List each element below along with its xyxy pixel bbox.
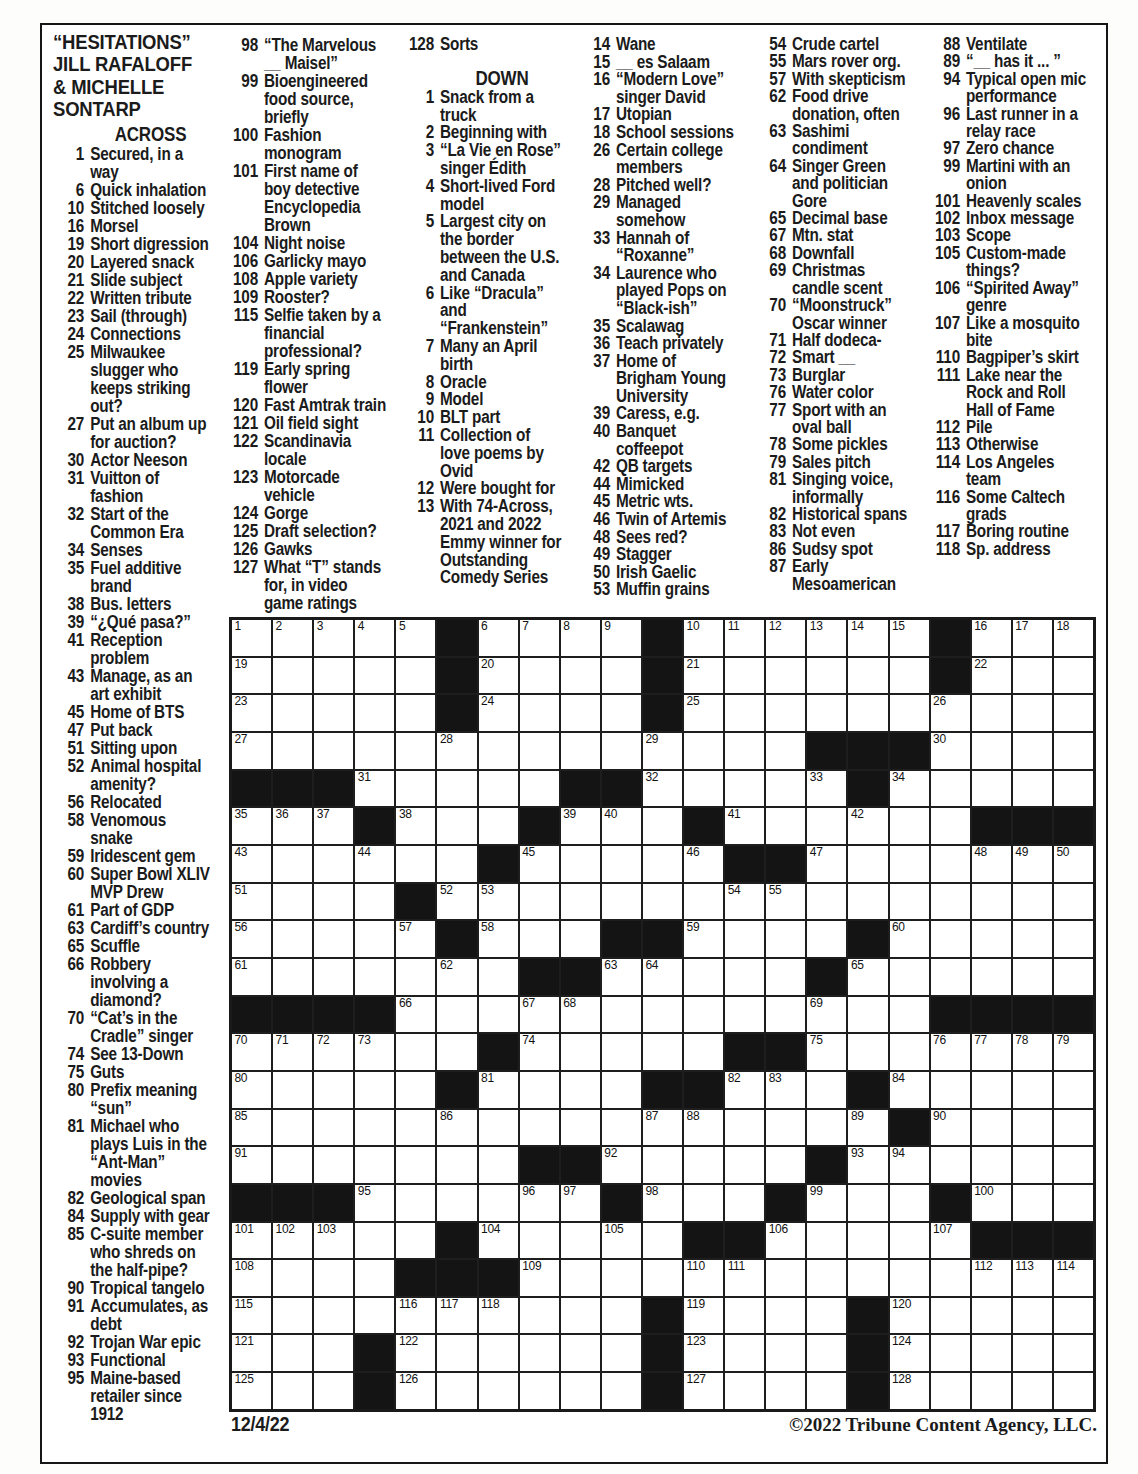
cell-r17c17[interactable] xyxy=(890,1223,929,1259)
cell-r5c8[interactable] xyxy=(520,771,559,807)
cell-r3c16[interactable] xyxy=(848,695,887,731)
cell-r12c17[interactable] xyxy=(890,1034,929,1070)
cell-r16c20[interactable] xyxy=(1013,1185,1052,1221)
cell-r10c1[interactable]: 61 xyxy=(232,959,271,995)
cell-r9c19[interactable] xyxy=(972,921,1011,957)
cell-r19c18[interactable] xyxy=(931,1298,970,1334)
cell-r12c21[interactable]: 79 xyxy=(1054,1034,1093,1070)
cell-r14c2[interactable] xyxy=(273,1110,312,1146)
cell-r4c10[interactable] xyxy=(602,733,641,769)
cell-r15c12[interactable] xyxy=(684,1147,723,1183)
cell-r8c12[interactable] xyxy=(684,884,723,920)
cell-r20c19[interactable] xyxy=(972,1335,1011,1371)
cell-r13c21[interactable] xyxy=(1054,1072,1093,1108)
cell-r20c20[interactable] xyxy=(1013,1335,1052,1371)
cell-r3c1[interactable]: 23 xyxy=(232,695,271,731)
cell-r7c10[interactable] xyxy=(602,846,641,882)
cell-r16c6[interactable] xyxy=(437,1185,476,1221)
cell-r11c7[interactable] xyxy=(479,997,518,1033)
cell-r8c7[interactable]: 53 xyxy=(479,884,518,920)
cell-r2c21[interactable] xyxy=(1054,658,1093,694)
cell-r2c7[interactable]: 20 xyxy=(479,658,518,694)
cell-r3c7[interactable]: 24 xyxy=(479,695,518,731)
cell-r3c8[interactable] xyxy=(520,695,559,731)
cell-r18c13[interactable]: 111 xyxy=(725,1260,764,1296)
cell-r14c15[interactable] xyxy=(807,1110,846,1146)
cell-r18c20[interactable]: 113 xyxy=(1013,1260,1052,1296)
cell-r5c21[interactable] xyxy=(1054,771,1093,807)
cell-r19c21[interactable] xyxy=(1054,1298,1093,1334)
cell-r10c18[interactable] xyxy=(931,959,970,995)
cell-r14c21[interactable] xyxy=(1054,1110,1093,1146)
cell-r17c18[interactable]: 107 xyxy=(931,1223,970,1259)
cell-r13c8[interactable] xyxy=(520,1072,559,1108)
cell-r21c1[interactable]: 125 xyxy=(232,1373,271,1409)
cell-r20c3[interactable] xyxy=(314,1335,353,1371)
cell-r2c14[interactable] xyxy=(766,658,805,694)
cell-r3c12[interactable]: 25 xyxy=(684,695,723,731)
cell-r19c2[interactable] xyxy=(273,1298,312,1334)
cell-r7c12[interactable]: 46 xyxy=(684,846,723,882)
cell-r5c12[interactable] xyxy=(684,771,723,807)
cell-r18c15[interactable] xyxy=(807,1260,846,1296)
cell-r20c1[interactable]: 121 xyxy=(232,1335,271,1371)
cell-r1c2[interactable]: 2 xyxy=(273,620,312,656)
cell-r8c11[interactable] xyxy=(643,884,682,920)
cell-r8c2[interactable] xyxy=(273,884,312,920)
cell-r6c18[interactable] xyxy=(931,808,970,844)
cell-r1c19[interactable]: 16 xyxy=(972,620,1011,656)
cell-r21c18[interactable] xyxy=(931,1373,970,1409)
cell-r15c21[interactable] xyxy=(1054,1147,1093,1183)
cell-r2c12[interactable]: 21 xyxy=(684,658,723,694)
cell-r19c6[interactable]: 117 xyxy=(437,1298,476,1334)
cell-r18c16[interactable] xyxy=(848,1260,887,1296)
cell-r20c17[interactable]: 124 xyxy=(890,1335,929,1371)
cell-r6c11[interactable] xyxy=(643,808,682,844)
cell-r10c16[interactable]: 65 xyxy=(848,959,887,995)
cell-r5c5[interactable] xyxy=(396,771,435,807)
cell-r15c18[interactable] xyxy=(931,1147,970,1183)
cell-r2c16[interactable] xyxy=(848,658,887,694)
cell-r1c1[interactable]: 1 xyxy=(232,620,271,656)
cell-r18c21[interactable]: 114 xyxy=(1054,1260,1093,1296)
cell-r4c18[interactable]: 30 xyxy=(931,733,970,769)
cell-r9c13[interactable] xyxy=(725,921,764,957)
cell-r13c19[interactable] xyxy=(972,1072,1011,1108)
cell-r20c2[interactable] xyxy=(273,1335,312,1371)
cell-r19c5[interactable]: 116 xyxy=(396,1298,435,1334)
cell-r4c3[interactable] xyxy=(314,733,353,769)
cell-r12c4[interactable]: 73 xyxy=(355,1034,394,1070)
cell-r8c16[interactable] xyxy=(848,884,887,920)
cell-r16c21[interactable] xyxy=(1054,1185,1093,1221)
cell-r9c8[interactable] xyxy=(520,921,559,957)
cell-r10c13[interactable] xyxy=(725,959,764,995)
cell-r5c4[interactable]: 31 xyxy=(355,771,394,807)
cell-r7c9[interactable] xyxy=(561,846,600,882)
cell-r6c5[interactable]: 38 xyxy=(396,808,435,844)
cell-r21c2[interactable] xyxy=(273,1373,312,1409)
cell-r2c4[interactable] xyxy=(355,658,394,694)
cell-r14c14[interactable] xyxy=(766,1110,805,1146)
cell-r12c10[interactable] xyxy=(602,1034,641,1070)
cell-r12c1[interactable]: 70 xyxy=(232,1034,271,1070)
cell-r9c4[interactable] xyxy=(355,921,394,957)
cell-r20c10[interactable] xyxy=(602,1335,641,1371)
cell-r9c15[interactable] xyxy=(807,921,846,957)
cell-r8c20[interactable] xyxy=(1013,884,1052,920)
cell-r5c7[interactable] xyxy=(479,771,518,807)
cell-r1c5[interactable]: 5 xyxy=(396,620,435,656)
cell-r10c6[interactable]: 62 xyxy=(437,959,476,995)
cell-r1c12[interactable]: 10 xyxy=(684,620,723,656)
cell-r4c12[interactable] xyxy=(684,733,723,769)
cell-r20c13[interactable] xyxy=(725,1335,764,1371)
cell-r3c4[interactable] xyxy=(355,695,394,731)
cell-r4c7[interactable] xyxy=(479,733,518,769)
cell-r2c2[interactable] xyxy=(273,658,312,694)
cell-r5c14[interactable] xyxy=(766,771,805,807)
cell-r16c7[interactable] xyxy=(479,1185,518,1221)
cell-r3c3[interactable] xyxy=(314,695,353,731)
cell-r15c17[interactable]: 94 xyxy=(890,1147,929,1183)
cell-r16c12[interactable] xyxy=(684,1185,723,1221)
cell-r12c18[interactable]: 76 xyxy=(931,1034,970,1070)
cell-r14c10[interactable] xyxy=(602,1110,641,1146)
cell-r20c12[interactable]: 123 xyxy=(684,1335,723,1371)
cell-r13c3[interactable] xyxy=(314,1072,353,1108)
cell-r6c2[interactable]: 36 xyxy=(273,808,312,844)
cell-r20c9[interactable] xyxy=(561,1335,600,1371)
cell-r7c16[interactable] xyxy=(848,846,887,882)
cell-r19c12[interactable]: 119 xyxy=(684,1298,723,1334)
cell-r21c10[interactable] xyxy=(602,1373,641,1409)
cell-r16c17[interactable] xyxy=(890,1185,929,1221)
cell-r10c5[interactable] xyxy=(396,959,435,995)
cell-r7c18[interactable] xyxy=(931,846,970,882)
cell-r7c6[interactable] xyxy=(437,846,476,882)
cell-r21c21[interactable] xyxy=(1054,1373,1093,1409)
cell-r11c5[interactable]: 66 xyxy=(396,997,435,1033)
cell-r13c1[interactable]: 80 xyxy=(232,1072,271,1108)
cell-r8c9[interactable] xyxy=(561,884,600,920)
cell-r7c11[interactable] xyxy=(643,846,682,882)
cell-r21c20[interactable] xyxy=(1013,1373,1052,1409)
cell-r2c19[interactable]: 22 xyxy=(972,658,1011,694)
cell-r10c19[interactable] xyxy=(972,959,1011,995)
cell-r9c2[interactable] xyxy=(273,921,312,957)
cell-r9c18[interactable] xyxy=(931,921,970,957)
cell-r17c9[interactable] xyxy=(561,1223,600,1259)
cell-r6c9[interactable]: 39 xyxy=(561,808,600,844)
cell-r16c4[interactable]: 95 xyxy=(355,1185,394,1221)
cell-r5c18[interactable] xyxy=(931,771,970,807)
cell-r19c19[interactable] xyxy=(972,1298,1011,1334)
cell-r21c13[interactable] xyxy=(725,1373,764,1409)
cell-r15c13[interactable] xyxy=(725,1147,764,1183)
cell-r1c21[interactable]: 18 xyxy=(1054,620,1093,656)
cell-r11c12[interactable] xyxy=(684,997,723,1033)
cell-r10c12[interactable] xyxy=(684,959,723,995)
cell-r2c15[interactable] xyxy=(807,658,846,694)
cell-r21c5[interactable]: 126 xyxy=(396,1373,435,1409)
cell-r1c7[interactable]: 6 xyxy=(479,620,518,656)
cell-r4c19[interactable] xyxy=(972,733,1011,769)
cell-r20c5[interactable]: 122 xyxy=(396,1335,435,1371)
cell-r4c9[interactable] xyxy=(561,733,600,769)
cell-r17c10[interactable]: 105 xyxy=(602,1223,641,1259)
cell-r14c4[interactable] xyxy=(355,1110,394,1146)
cell-r1c17[interactable]: 15 xyxy=(890,620,929,656)
cell-r14c13[interactable] xyxy=(725,1110,764,1146)
cell-r7c20[interactable]: 49 xyxy=(1013,846,1052,882)
cell-r21c3[interactable] xyxy=(314,1373,353,1409)
cell-r15c3[interactable] xyxy=(314,1147,353,1183)
cell-r6c17[interactable] xyxy=(890,808,929,844)
cell-r6c15[interactable] xyxy=(807,808,846,844)
cell-r8c1[interactable]: 51 xyxy=(232,884,271,920)
cell-r17c3[interactable]: 103 xyxy=(314,1223,353,1259)
cell-r20c6[interactable] xyxy=(437,1335,476,1371)
cell-r20c14[interactable] xyxy=(766,1335,805,1371)
cell-r18c14[interactable] xyxy=(766,1260,805,1296)
cell-r7c3[interactable] xyxy=(314,846,353,882)
cell-r6c16[interactable]: 42 xyxy=(848,808,887,844)
cell-r13c2[interactable] xyxy=(273,1072,312,1108)
cell-r17c11[interactable] xyxy=(643,1223,682,1259)
cell-r17c7[interactable]: 104 xyxy=(479,1223,518,1259)
cell-r16c11[interactable]: 98 xyxy=(643,1185,682,1221)
cell-r11c9[interactable]: 68 xyxy=(561,997,600,1033)
cell-r20c15[interactable] xyxy=(807,1335,846,1371)
cell-r5c17[interactable]: 34 xyxy=(890,771,929,807)
cell-r17c16[interactable] xyxy=(848,1223,887,1259)
cell-r4c21[interactable] xyxy=(1054,733,1093,769)
cell-r6c3[interactable]: 37 xyxy=(314,808,353,844)
cell-r18c12[interactable]: 110 xyxy=(684,1260,723,1296)
cell-r12c16[interactable] xyxy=(848,1034,887,1070)
cell-r1c9[interactable]: 8 xyxy=(561,620,600,656)
cell-r10c3[interactable] xyxy=(314,959,353,995)
cell-r10c2[interactable] xyxy=(273,959,312,995)
cell-r11c10[interactable] xyxy=(602,997,641,1033)
cell-r13c13[interactable]: 82 xyxy=(725,1072,764,1108)
cell-r14c5[interactable] xyxy=(396,1110,435,1146)
cell-r12c5[interactable] xyxy=(396,1034,435,1070)
cell-r11c15[interactable]: 69 xyxy=(807,997,846,1033)
cell-r4c20[interactable] xyxy=(1013,733,1052,769)
cell-r13c18[interactable] xyxy=(931,1072,970,1108)
cell-r16c16[interactable] xyxy=(848,1185,887,1221)
cell-r13c9[interactable] xyxy=(561,1072,600,1108)
cell-r9c21[interactable] xyxy=(1054,921,1093,957)
cell-r18c8[interactable]: 109 xyxy=(520,1260,559,1296)
cell-r16c8[interactable]: 96 xyxy=(520,1185,559,1221)
cell-r5c13[interactable] xyxy=(725,771,764,807)
cell-r1c4[interactable]: 4 xyxy=(355,620,394,656)
cell-r12c8[interactable]: 74 xyxy=(520,1034,559,1070)
cell-r13c14[interactable]: 83 xyxy=(766,1072,805,1108)
cell-r4c4[interactable] xyxy=(355,733,394,769)
cell-r4c6[interactable]: 28 xyxy=(437,733,476,769)
cell-r5c20[interactable] xyxy=(1013,771,1052,807)
cell-r18c18[interactable] xyxy=(931,1260,970,1296)
cell-r1c16[interactable]: 14 xyxy=(848,620,887,656)
cell-r9c14[interactable] xyxy=(766,921,805,957)
cell-r15c10[interactable]: 92 xyxy=(602,1147,641,1183)
cell-r13c10[interactable] xyxy=(602,1072,641,1108)
cell-r14c1[interactable]: 85 xyxy=(232,1110,271,1146)
cell-r11c13[interactable] xyxy=(725,997,764,1033)
cell-r11c14[interactable] xyxy=(766,997,805,1033)
cell-r2c10[interactable] xyxy=(602,658,641,694)
cell-r18c19[interactable]: 112 xyxy=(972,1260,1011,1296)
cell-r10c20[interactable] xyxy=(1013,959,1052,995)
cell-r14c16[interactable]: 89 xyxy=(848,1110,887,1146)
cell-r19c14[interactable] xyxy=(766,1298,805,1334)
cell-r9c17[interactable]: 60 xyxy=(890,921,929,957)
cell-r14c3[interactable] xyxy=(314,1110,353,1146)
cell-r4c11[interactable]: 29 xyxy=(643,733,682,769)
cell-r14c18[interactable]: 90 xyxy=(931,1110,970,1146)
cell-r17c8[interactable] xyxy=(520,1223,559,1259)
cell-r8c3[interactable] xyxy=(314,884,353,920)
cell-r12c19[interactable]: 77 xyxy=(972,1034,1011,1070)
cell-r21c15[interactable] xyxy=(807,1373,846,1409)
cell-r15c20[interactable] xyxy=(1013,1147,1052,1183)
cell-r20c8[interactable] xyxy=(520,1335,559,1371)
cell-r7c21[interactable]: 50 xyxy=(1054,846,1093,882)
cell-r4c1[interactable]: 27 xyxy=(232,733,271,769)
cell-r10c4[interactable] xyxy=(355,959,394,995)
cell-r12c12[interactable] xyxy=(684,1034,723,1070)
cell-r1c13[interactable]: 11 xyxy=(725,620,764,656)
cell-r8c4[interactable] xyxy=(355,884,394,920)
cell-r7c4[interactable]: 44 xyxy=(355,846,394,882)
cell-r8c8[interactable] xyxy=(520,884,559,920)
cell-r16c13[interactable] xyxy=(725,1185,764,1221)
cell-r14c6[interactable]: 86 xyxy=(437,1110,476,1146)
cell-r19c1[interactable]: 115 xyxy=(232,1298,271,1334)
cell-r14c9[interactable] xyxy=(561,1110,600,1146)
cell-r12c6[interactable] xyxy=(437,1034,476,1070)
cell-r1c20[interactable]: 17 xyxy=(1013,620,1052,656)
cell-r8c15[interactable] xyxy=(807,884,846,920)
cell-r18c17[interactable] xyxy=(890,1260,929,1296)
cell-r3c20[interactable] xyxy=(1013,695,1052,731)
cell-r8c10[interactable] xyxy=(602,884,641,920)
cell-r13c5[interactable] xyxy=(396,1072,435,1108)
cell-r19c15[interactable] xyxy=(807,1298,846,1334)
cell-r5c6[interactable] xyxy=(437,771,476,807)
cell-r10c21[interactable] xyxy=(1054,959,1093,995)
cell-r19c20[interactable] xyxy=(1013,1298,1052,1334)
cell-r11c11[interactable] xyxy=(643,997,682,1033)
cell-r8c14[interactable]: 55 xyxy=(766,884,805,920)
cell-r3c5[interactable] xyxy=(396,695,435,731)
cell-r15c16[interactable]: 93 xyxy=(848,1147,887,1183)
cell-r15c4[interactable] xyxy=(355,1147,394,1183)
cell-r6c6[interactable] xyxy=(437,808,476,844)
cell-r2c13[interactable] xyxy=(725,658,764,694)
cell-r18c3[interactable] xyxy=(314,1260,353,1296)
cell-r7c8[interactable]: 45 xyxy=(520,846,559,882)
cell-r7c2[interactable] xyxy=(273,846,312,882)
cell-r3c21[interactable] xyxy=(1054,695,1093,731)
cell-r12c9[interactable] xyxy=(561,1034,600,1070)
cell-r19c17[interactable]: 120 xyxy=(890,1298,929,1334)
cell-r4c2[interactable] xyxy=(273,733,312,769)
cell-r13c17[interactable]: 84 xyxy=(890,1072,929,1108)
cell-r4c13[interactable] xyxy=(725,733,764,769)
cell-r6c1[interactable]: 35 xyxy=(232,808,271,844)
cell-r1c8[interactable]: 7 xyxy=(520,620,559,656)
cell-r14c12[interactable]: 88 xyxy=(684,1110,723,1146)
cell-r19c4[interactable] xyxy=(355,1298,394,1334)
cell-r17c2[interactable]: 102 xyxy=(273,1223,312,1259)
cell-r19c3[interactable] xyxy=(314,1298,353,1334)
cell-r2c8[interactable] xyxy=(520,658,559,694)
cell-r2c17[interactable] xyxy=(890,658,929,694)
cell-r13c15[interactable] xyxy=(807,1072,846,1108)
cell-r3c10[interactable] xyxy=(602,695,641,731)
cell-r15c1[interactable]: 91 xyxy=(232,1147,271,1183)
cell-r2c20[interactable] xyxy=(1013,658,1052,694)
cell-r13c4[interactable] xyxy=(355,1072,394,1108)
cell-r5c19[interactable] xyxy=(972,771,1011,807)
cell-r14c20[interactable] xyxy=(1013,1110,1052,1146)
cell-r4c8[interactable] xyxy=(520,733,559,769)
cell-r8c13[interactable]: 54 xyxy=(725,884,764,920)
cell-r3c9[interactable] xyxy=(561,695,600,731)
cell-r7c17[interactable] xyxy=(890,846,929,882)
cell-r7c1[interactable]: 43 xyxy=(232,846,271,882)
cell-r6c10[interactable]: 40 xyxy=(602,808,641,844)
cell-r3c2[interactable] xyxy=(273,695,312,731)
cell-r10c10[interactable]: 63 xyxy=(602,959,641,995)
cell-r19c9[interactable] xyxy=(561,1298,600,1334)
cell-r8c19[interactable] xyxy=(972,884,1011,920)
cell-r19c8[interactable] xyxy=(520,1298,559,1334)
cell-r21c9[interactable] xyxy=(561,1373,600,1409)
cell-r21c19[interactable] xyxy=(972,1373,1011,1409)
cell-r17c1[interactable]: 101 xyxy=(232,1223,271,1259)
cell-r19c13[interactable] xyxy=(725,1298,764,1334)
cell-r16c19[interactable]: 100 xyxy=(972,1185,1011,1221)
cell-r10c14[interactable] xyxy=(766,959,805,995)
cell-r9c20[interactable] xyxy=(1013,921,1052,957)
cell-r8c21[interactable] xyxy=(1054,884,1093,920)
cell-r1c15[interactable]: 13 xyxy=(807,620,846,656)
cell-r17c4[interactable] xyxy=(355,1223,394,1259)
cell-r5c15[interactable]: 33 xyxy=(807,771,846,807)
cell-r9c5[interactable]: 57 xyxy=(396,921,435,957)
cell-r18c11[interactable] xyxy=(643,1260,682,1296)
cell-r21c6[interactable] xyxy=(437,1373,476,1409)
cell-r12c11[interactable] xyxy=(643,1034,682,1070)
cell-r18c10[interactable] xyxy=(602,1260,641,1296)
cell-r21c17[interactable]: 128 xyxy=(890,1373,929,1409)
cell-r14c11[interactable]: 87 xyxy=(643,1110,682,1146)
cell-r15c14[interactable] xyxy=(766,1147,805,1183)
cell-r13c20[interactable] xyxy=(1013,1072,1052,1108)
cell-r6c7[interactable] xyxy=(479,808,518,844)
cell-r4c5[interactable] xyxy=(396,733,435,769)
cell-r15c5[interactable] xyxy=(396,1147,435,1183)
cell-r13c7[interactable]: 81 xyxy=(479,1072,518,1108)
cell-r10c11[interactable]: 64 xyxy=(643,959,682,995)
